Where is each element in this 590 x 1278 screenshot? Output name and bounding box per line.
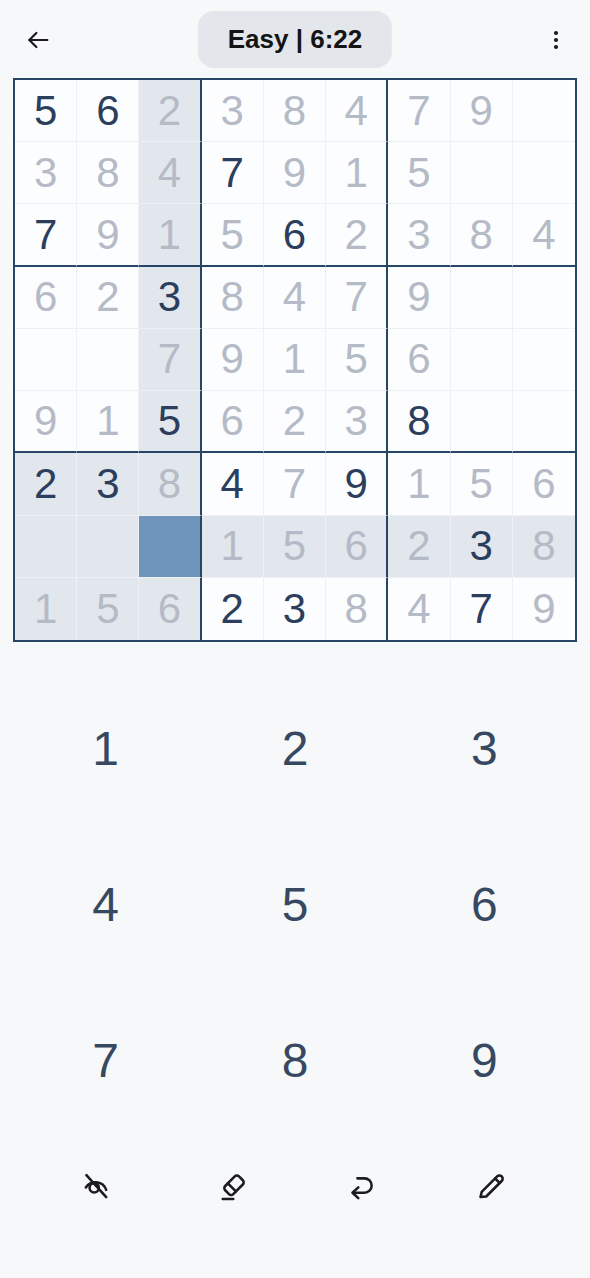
difficulty-timer-label: Easy | 6:22 [228, 24, 362, 55]
cell-r3c2[interactable]: 9 [77, 204, 139, 266]
cell-r2c4[interactable]: 7 [202, 142, 264, 204]
cell-r3c5[interactable]: 6 [264, 204, 326, 266]
cell-r4c5[interactable]: 4 [264, 267, 326, 329]
game-status-pill: Easy | 6:22 [198, 11, 392, 68]
cell-r7c6[interactable]: 9 [326, 453, 388, 515]
cell-r5c9[interactable] [513, 329, 575, 391]
cell-r2c1[interactable]: 3 [15, 142, 77, 204]
cell-r3c1[interactable]: 7 [15, 204, 77, 266]
cell-r9c8[interactable]: 7 [451, 578, 513, 640]
cell-r2c7[interactable]: 5 [388, 142, 450, 204]
cell-r6c3[interactable]: 5 [139, 391, 201, 453]
cell-r9c3[interactable]: 6 [139, 578, 201, 640]
cell-r7c1[interactable]: 2 [15, 453, 77, 515]
cell-r3c7[interactable]: 3 [388, 204, 450, 266]
cell-r1c1[interactable]: 5 [15, 80, 77, 142]
hide-hints-button[interactable] [78, 1168, 114, 1204]
cell-r6c9[interactable] [513, 391, 575, 453]
cell-r4c6[interactable]: 7 [326, 267, 388, 329]
numpad-4[interactable]: 4 [11, 826, 200, 982]
cell-r3c9[interactable]: 4 [513, 204, 575, 266]
eraser-button[interactable] [213, 1168, 249, 1204]
cell-r1c8[interactable]: 9 [451, 80, 513, 142]
cell-r5c5[interactable]: 1 [264, 329, 326, 391]
cell-r5c6[interactable]: 5 [326, 329, 388, 391]
back-button[interactable] [24, 26, 52, 54]
cell-r1c5[interactable]: 8 [264, 80, 326, 142]
cell-r7c9[interactable]: 6 [513, 453, 575, 515]
numpad-1[interactable]: 1 [11, 670, 200, 826]
cell-r7c8[interactable]: 5 [451, 453, 513, 515]
cell-r7c4[interactable]: 4 [202, 453, 264, 515]
numpad-9[interactable]: 9 [390, 982, 579, 1138]
arrow-left-icon [24, 42, 52, 57]
cell-r9c4[interactable]: 2 [202, 578, 264, 640]
cell-r6c4[interactable]: 6 [202, 391, 264, 453]
header: Easy | 6:22 [0, 0, 590, 80]
cell-r6c7[interactable]: 8 [388, 391, 450, 453]
cell-r5c3[interactable]: 7 [139, 329, 201, 391]
cell-r3c6[interactable]: 2 [326, 204, 388, 266]
cell-r4c3[interactable]: 3 [139, 267, 201, 329]
cell-r3c8[interactable]: 8 [451, 204, 513, 266]
numpad-7[interactable]: 7 [11, 982, 200, 1138]
cell-r7c7[interactable]: 1 [388, 453, 450, 515]
cell-r6c6[interactable]: 3 [326, 391, 388, 453]
cell-r4c2[interactable]: 2 [77, 267, 139, 329]
pencil-button[interactable] [473, 1168, 509, 1204]
cell-r4c4[interactable]: 8 [202, 267, 264, 329]
cell-r4c9[interactable] [513, 267, 575, 329]
cell-r1c9[interactable] [513, 80, 575, 142]
cell-r4c1[interactable]: 6 [15, 267, 77, 329]
cell-r8c6[interactable]: 6 [326, 516, 388, 578]
cell-r2c5[interactable]: 9 [264, 142, 326, 204]
cell-r5c8[interactable] [451, 329, 513, 391]
cell-r1c4[interactable]: 3 [202, 80, 264, 142]
cell-r1c7[interactable]: 7 [388, 80, 450, 142]
cell-r4c8[interactable] [451, 267, 513, 329]
cell-r7c5[interactable]: 7 [264, 453, 326, 515]
numpad-8[interactable]: 8 [200, 982, 389, 1138]
menu-button[interactable] [544, 28, 568, 52]
cell-r9c1[interactable]: 1 [15, 578, 77, 640]
cell-r8c8[interactable]: 3 [451, 516, 513, 578]
cell-r8c2[interactable] [77, 516, 139, 578]
cell-r7c3[interactable]: 8 [139, 453, 201, 515]
cell-r2c9[interactable] [513, 142, 575, 204]
cell-r6c2[interactable]: 1 [77, 391, 139, 453]
pencil-icon [473, 1168, 509, 1204]
cell-r2c6[interactable]: 1 [326, 142, 388, 204]
number-pad: 1 2 3 4 5 6 7 8 9 [11, 670, 579, 1138]
cell-r8c3[interactable] [139, 516, 201, 578]
cell-r8c9[interactable]: 8 [513, 516, 575, 578]
cell-r9c5[interactable]: 3 [264, 578, 326, 640]
cell-r8c4[interactable]: 1 [202, 516, 264, 578]
kebab-menu-icon [544, 40, 568, 55]
cell-r5c2[interactable] [77, 329, 139, 391]
cell-r7c2[interactable]: 3 [77, 453, 139, 515]
cell-r6c5[interactable]: 2 [264, 391, 326, 453]
cell-r8c5[interactable]: 5 [264, 516, 326, 578]
cell-r9c6[interactable]: 8 [326, 578, 388, 640]
cell-r6c8[interactable] [451, 391, 513, 453]
sudoku-app-screen: Easy | 6:22 5623847938479157915623846238… [0, 0, 590, 1278]
cell-r3c4[interactable]: 5 [202, 204, 264, 266]
cell-r9c2[interactable]: 5 [77, 578, 139, 640]
undo-icon [343, 1168, 379, 1204]
cell-r8c7[interactable]: 2 [388, 516, 450, 578]
numpad-2[interactable]: 2 [200, 670, 389, 826]
numpad-3[interactable]: 3 [390, 670, 579, 826]
cell-r5c4[interactable]: 9 [202, 329, 264, 391]
cell-r1c3[interactable]: 2 [139, 80, 201, 142]
cell-r2c3[interactable]: 4 [139, 142, 201, 204]
sudoku-board: 5623847938479157915623846238479791569156… [13, 78, 577, 642]
numpad-6[interactable]: 6 [390, 826, 579, 982]
cell-r8c1[interactable] [15, 516, 77, 578]
cell-r5c7[interactable]: 6 [388, 329, 450, 391]
cell-r3c3[interactable]: 1 [139, 204, 201, 266]
eraser-icon [213, 1168, 249, 1204]
undo-button[interactable] [343, 1168, 379, 1204]
cell-r6c1[interactable]: 9 [15, 391, 77, 453]
eye-off-icon [78, 1168, 114, 1204]
cell-r9c7[interactable]: 4 [388, 578, 450, 640]
cell-r9c9[interactable]: 9 [513, 578, 575, 640]
cell-r1c2[interactable]: 6 [77, 80, 139, 142]
numpad-5[interactable]: 5 [200, 826, 389, 982]
cell-r5c1[interactable] [15, 329, 77, 391]
cell-r4c7[interactable]: 9 [388, 267, 450, 329]
cell-r1c6[interactable]: 4 [326, 80, 388, 142]
cell-r2c2[interactable]: 8 [77, 142, 139, 204]
cell-r2c8[interactable] [451, 142, 513, 204]
